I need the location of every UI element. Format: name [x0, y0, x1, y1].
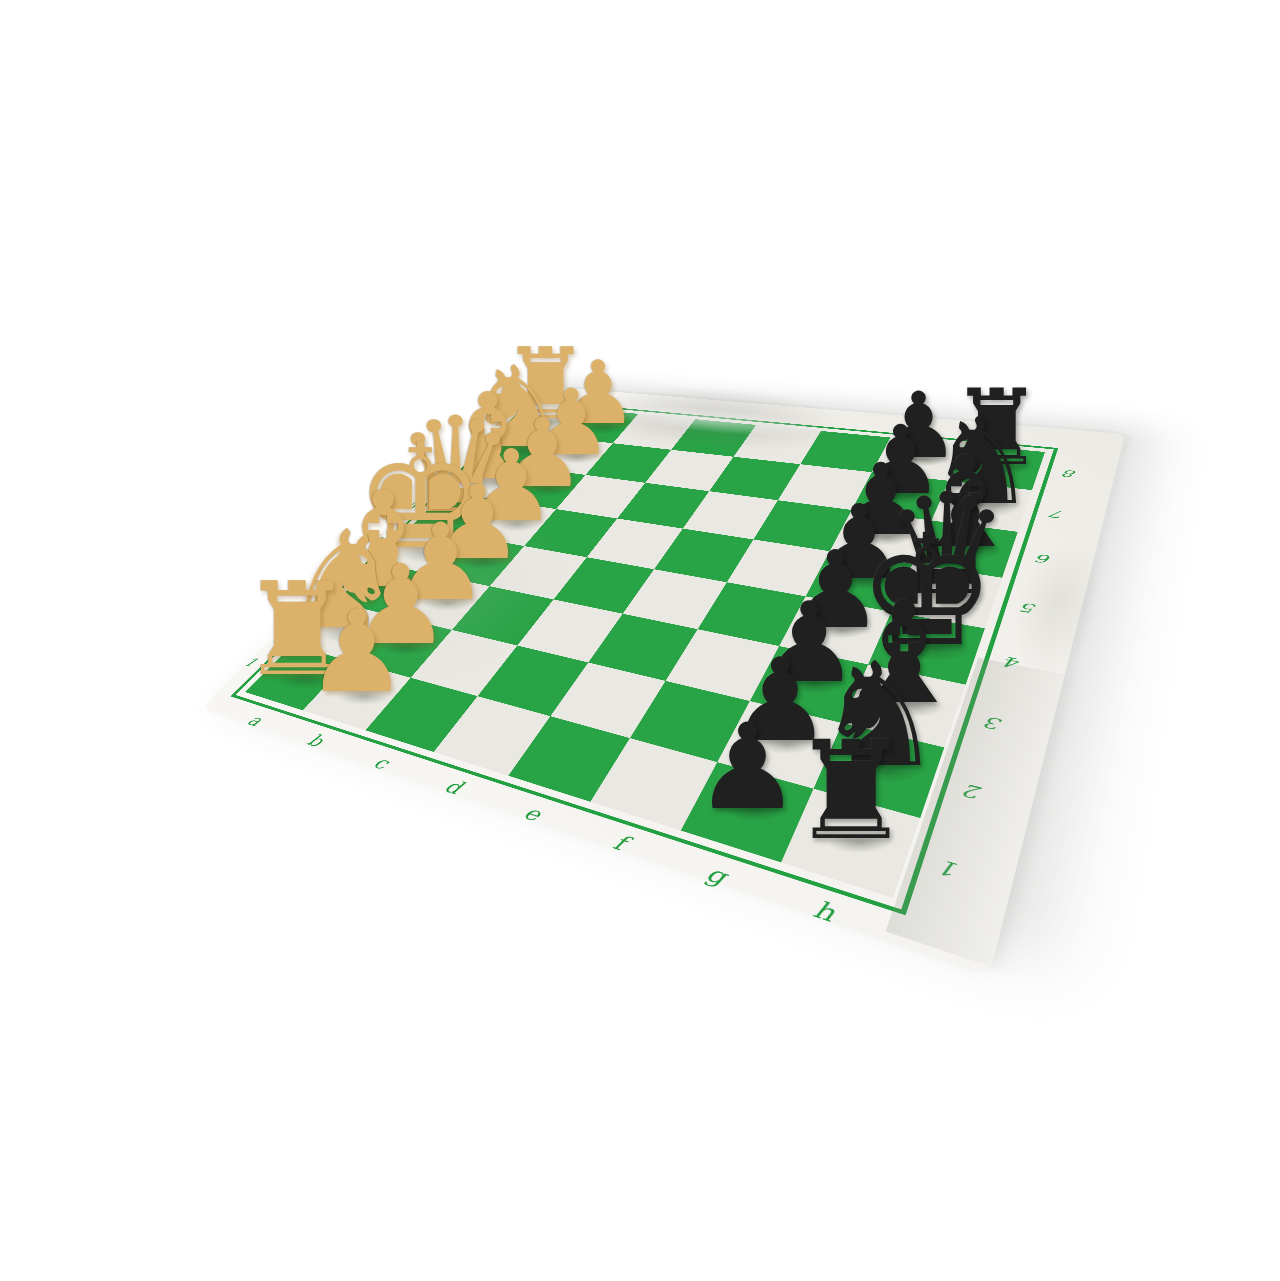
vinyl-board-plane: abcdefgh1234567812345678	[245, 404, 1045, 898]
chess-set-photo: abcdefgh1234567812345678 ♜♟♞♟♟♜♝♟♟♞♛♟♟♝♚…	[0, 0, 1280, 1281]
